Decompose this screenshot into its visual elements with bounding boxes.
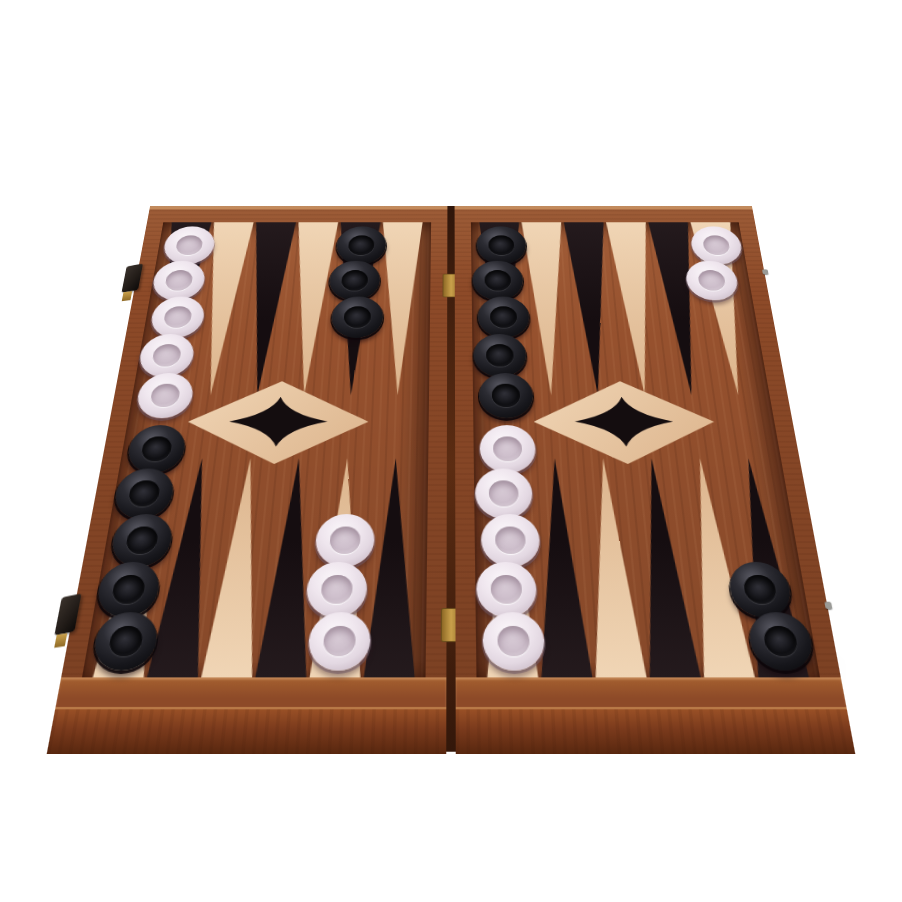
star-inlay-icon <box>570 396 680 449</box>
left-playing-field <box>82 222 431 677</box>
backgammon-board <box>47 206 855 752</box>
near-rim-face <box>456 677 847 707</box>
latch-pin <box>122 291 132 301</box>
point-20[interactable] <box>520 222 574 395</box>
far-rim-edge <box>149 206 447 209</box>
right-playing-field <box>471 222 820 677</box>
front-wall <box>47 707 447 754</box>
scene <box>0 0 902 902</box>
point-4[interactable] <box>579 458 648 677</box>
front-wall <box>456 707 856 754</box>
latch-pin-right-bottom <box>824 602 832 609</box>
star-inlay-icon <box>223 396 333 449</box>
far-rim-edge <box>455 206 753 209</box>
board-right-half <box>455 206 855 752</box>
latch-pin <box>54 633 67 647</box>
near-rim-face <box>56 677 447 707</box>
clasp-latch-bottom <box>54 593 81 635</box>
backgammon-product-photo <box>0 0 902 902</box>
point-7[interactable] <box>362 458 420 677</box>
clasp-latch-top <box>121 264 142 293</box>
latch-pin-right-top <box>762 270 769 275</box>
board-left-half <box>47 206 447 752</box>
